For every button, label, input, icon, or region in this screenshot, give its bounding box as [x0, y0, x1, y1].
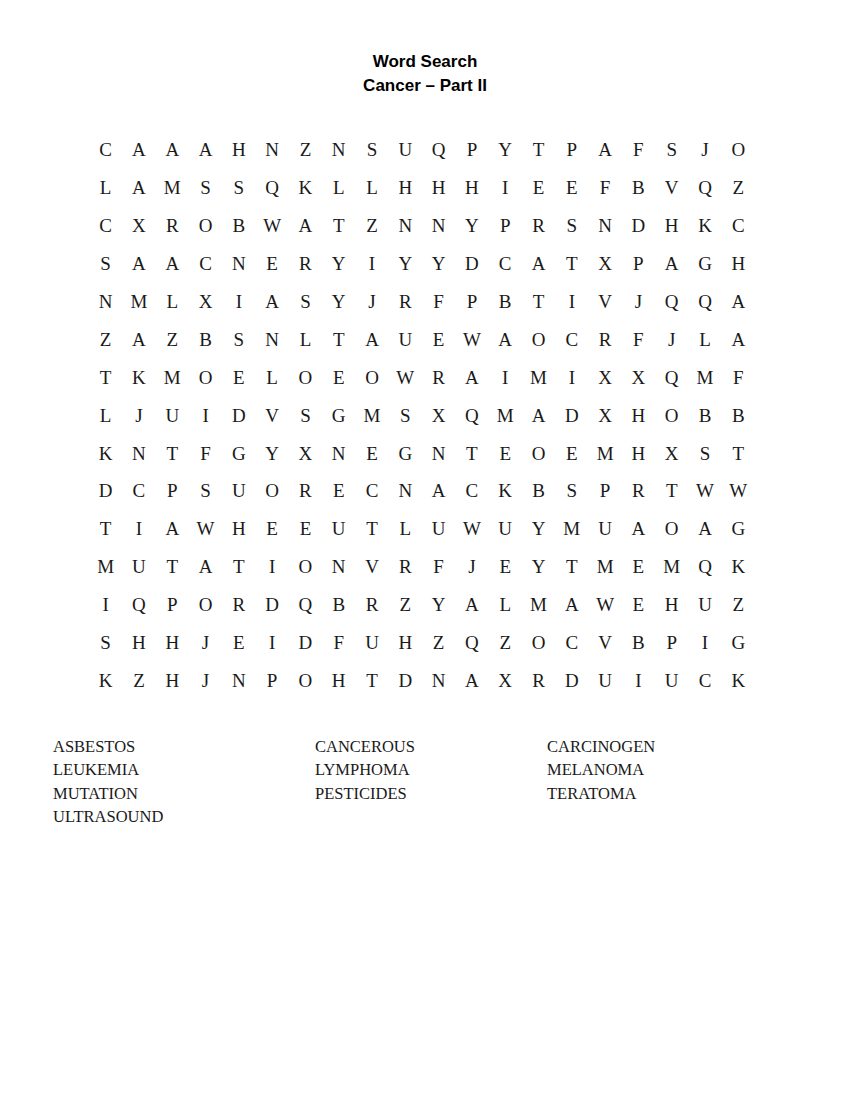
grid-cell[interactable]: B: [189, 320, 222, 358]
grid-cell[interactable]: D: [222, 396, 255, 434]
grid-cell[interactable]: Z: [89, 320, 122, 358]
grid-cell[interactable]: D: [622, 207, 655, 245]
grid-cell[interactable]: K: [89, 434, 122, 472]
grid-cell[interactable]: M: [655, 548, 688, 586]
grid-cell[interactable]: D: [289, 624, 322, 662]
grid-cell[interactable]: S: [289, 283, 322, 321]
grid-cell[interactable]: X: [622, 358, 655, 396]
grid-cell[interactable]: O: [189, 358, 222, 396]
grid-cell[interactable]: E: [489, 434, 522, 472]
grid-cell[interactable]: S: [222, 169, 255, 207]
grid-cell[interactable]: B: [688, 396, 721, 434]
grid-cell[interactable]: T: [322, 320, 355, 358]
grid-cell[interactable]: J: [688, 131, 721, 169]
grid-cell[interactable]: O: [289, 661, 322, 699]
grid-cell[interactable]: K: [722, 661, 755, 699]
grid-cell[interactable]: N: [255, 131, 288, 169]
grid-cell[interactable]: E: [555, 169, 588, 207]
grid-cell[interactable]: Y: [489, 131, 522, 169]
grid-cell[interactable]: U: [222, 472, 255, 510]
grid-cell[interactable]: S: [289, 396, 322, 434]
grid-cell[interactable]: M: [156, 358, 189, 396]
grid-cell[interactable]: H: [389, 624, 422, 662]
grid-cell[interactable]: X: [588, 358, 621, 396]
grid-cell[interactable]: S: [89, 624, 122, 662]
grid-cell[interactable]: G: [222, 434, 255, 472]
grid-cell[interactable]: M: [489, 396, 522, 434]
grid-cell[interactable]: H: [655, 207, 688, 245]
grid-cell[interactable]: H: [455, 169, 488, 207]
grid-cell[interactable]: A: [122, 169, 155, 207]
grid-cell[interactable]: R: [522, 207, 555, 245]
grid-cell[interactable]: N: [322, 131, 355, 169]
grid-cell[interactable]: H: [122, 624, 155, 662]
grid-cell[interactable]: N: [222, 245, 255, 283]
grid-cell[interactable]: N: [255, 320, 288, 358]
grid-cell[interactable]: S: [89, 245, 122, 283]
grid-cell[interactable]: J: [455, 548, 488, 586]
grid-cell[interactable]: N: [122, 434, 155, 472]
grid-cell[interactable]: X: [655, 434, 688, 472]
grid-cell[interactable]: U: [588, 510, 621, 548]
grid-cell[interactable]: A: [156, 245, 189, 283]
grid-cell[interactable]: D: [89, 472, 122, 510]
grid-cell[interactable]: S: [555, 472, 588, 510]
grid-cell[interactable]: A: [189, 131, 222, 169]
grid-cell[interactable]: P: [156, 586, 189, 624]
grid-cell[interactable]: Z: [722, 586, 755, 624]
grid-cell[interactable]: R: [289, 245, 322, 283]
grid-cell[interactable]: M: [355, 396, 388, 434]
grid-cell[interactable]: P: [655, 624, 688, 662]
grid-cell[interactable]: I: [255, 548, 288, 586]
grid-cell[interactable]: P: [455, 283, 488, 321]
grid-cell[interactable]: L: [255, 358, 288, 396]
grid-cell[interactable]: P: [588, 472, 621, 510]
grid-cell[interactable]: O: [355, 358, 388, 396]
grid-cell[interactable]: U: [322, 510, 355, 548]
grid-cell[interactable]: A: [655, 245, 688, 283]
grid-cell[interactable]: Y: [255, 434, 288, 472]
grid-cell[interactable]: M: [89, 548, 122, 586]
grid-cell[interactable]: Y: [422, 586, 455, 624]
grid-cell[interactable]: T: [722, 434, 755, 472]
grid-cell[interactable]: E: [355, 434, 388, 472]
grid-cell[interactable]: F: [322, 624, 355, 662]
grid-cell[interactable]: E: [622, 586, 655, 624]
grid-cell[interactable]: W: [389, 358, 422, 396]
grid-cell[interactable]: J: [122, 396, 155, 434]
grid-cell[interactable]: J: [622, 283, 655, 321]
grid-cell[interactable]: I: [489, 169, 522, 207]
grid-cell[interactable]: A: [522, 245, 555, 283]
grid-cell[interactable]: I: [555, 283, 588, 321]
grid-cell[interactable]: Y: [522, 510, 555, 548]
grid-cell[interactable]: W: [588, 586, 621, 624]
grid-cell[interactable]: A: [156, 510, 189, 548]
grid-cell[interactable]: E: [322, 472, 355, 510]
grid-cell[interactable]: Q: [455, 624, 488, 662]
grid-cell[interactable]: A: [355, 320, 388, 358]
grid-cell[interactable]: R: [588, 320, 621, 358]
grid-cell[interactable]: T: [655, 472, 688, 510]
grid-cell[interactable]: Q: [255, 169, 288, 207]
grid-cell[interactable]: O: [289, 548, 322, 586]
grid-cell[interactable]: R: [222, 586, 255, 624]
grid-cell[interactable]: W: [455, 510, 488, 548]
grid-cell[interactable]: A: [156, 131, 189, 169]
grid-cell[interactable]: B: [489, 283, 522, 321]
grid-cell[interactable]: V: [588, 624, 621, 662]
grid-cell[interactable]: M: [122, 283, 155, 321]
grid-cell[interactable]: R: [522, 661, 555, 699]
grid-cell[interactable]: D: [555, 661, 588, 699]
grid-cell[interactable]: F: [588, 169, 621, 207]
grid-cell[interactable]: V: [655, 169, 688, 207]
grid-cell[interactable]: X: [122, 207, 155, 245]
grid-cell[interactable]: A: [255, 283, 288, 321]
grid-cell[interactable]: A: [455, 358, 488, 396]
grid-cell[interactable]: F: [622, 320, 655, 358]
grid-cell[interactable]: E: [422, 320, 455, 358]
grid-cell[interactable]: D: [455, 245, 488, 283]
grid-cell[interactable]: O: [255, 472, 288, 510]
grid-cell[interactable]: N: [588, 207, 621, 245]
grid-cell[interactable]: D: [555, 396, 588, 434]
grid-cell[interactable]: E: [289, 510, 322, 548]
grid-cell[interactable]: S: [555, 207, 588, 245]
grid-cell[interactable]: N: [222, 661, 255, 699]
grid-cell[interactable]: Q: [688, 283, 721, 321]
grid-cell[interactable]: T: [555, 245, 588, 283]
grid-cell[interactable]: N: [422, 207, 455, 245]
grid-cell[interactable]: H: [156, 661, 189, 699]
grid-cell[interactable]: A: [122, 245, 155, 283]
grid-cell[interactable]: M: [588, 434, 621, 472]
grid-cell[interactable]: C: [189, 245, 222, 283]
grid-cell[interactable]: R: [289, 472, 322, 510]
grid-cell[interactable]: M: [555, 510, 588, 548]
grid-cell[interactable]: E: [622, 548, 655, 586]
grid-cell[interactable]: B: [522, 472, 555, 510]
grid-cell[interactable]: F: [189, 434, 222, 472]
grid-cell[interactable]: U: [422, 510, 455, 548]
grid-cell[interactable]: Y: [455, 207, 488, 245]
grid-cell[interactable]: C: [89, 207, 122, 245]
grid-cell[interactable]: Q: [655, 358, 688, 396]
grid-cell[interactable]: G: [722, 624, 755, 662]
grid-cell[interactable]: D: [255, 586, 288, 624]
grid-cell[interactable]: N: [322, 434, 355, 472]
grid-cell[interactable]: L: [322, 169, 355, 207]
grid-cell[interactable]: Q: [289, 586, 322, 624]
grid-cell[interactable]: M: [588, 548, 621, 586]
grid-cell[interactable]: W: [455, 320, 488, 358]
grid-cell[interactable]: L: [156, 283, 189, 321]
grid-cell[interactable]: A: [622, 510, 655, 548]
grid-cell[interactable]: H: [222, 131, 255, 169]
grid-cell[interactable]: C: [455, 472, 488, 510]
grid-cell[interactable]: K: [289, 169, 322, 207]
grid-cell[interactable]: O: [189, 207, 222, 245]
grid-cell[interactable]: X: [422, 396, 455, 434]
grid-cell[interactable]: B: [322, 586, 355, 624]
grid-cell[interactable]: R: [156, 207, 189, 245]
grid-cell[interactable]: H: [722, 245, 755, 283]
grid-cell[interactable]: I: [555, 358, 588, 396]
grid-cell[interactable]: I: [355, 245, 388, 283]
grid-cell[interactable]: A: [688, 510, 721, 548]
grid-cell[interactable]: T: [156, 548, 189, 586]
grid-cell[interactable]: W: [688, 472, 721, 510]
grid-cell[interactable]: H: [222, 510, 255, 548]
grid-cell[interactable]: S: [655, 131, 688, 169]
grid-cell[interactable]: J: [655, 320, 688, 358]
grid-cell[interactable]: J: [355, 283, 388, 321]
grid-cell[interactable]: H: [156, 624, 189, 662]
grid-cell[interactable]: X: [189, 283, 222, 321]
grid-cell[interactable]: E: [222, 358, 255, 396]
grid-cell[interactable]: H: [422, 169, 455, 207]
grid-cell[interactable]: L: [389, 510, 422, 548]
grid-cell[interactable]: O: [655, 396, 688, 434]
grid-cell[interactable]: P: [455, 131, 488, 169]
grid-cell[interactable]: A: [422, 472, 455, 510]
grid-cell[interactable]: E: [322, 358, 355, 396]
grid-cell[interactable]: F: [422, 283, 455, 321]
grid-cell[interactable]: J: [189, 661, 222, 699]
grid-cell[interactable]: F: [422, 548, 455, 586]
grid-cell[interactable]: Z: [289, 131, 322, 169]
grid-cell[interactable]: O: [655, 510, 688, 548]
grid-cell[interactable]: U: [389, 320, 422, 358]
grid-cell[interactable]: U: [156, 396, 189, 434]
grid-cell[interactable]: S: [355, 131, 388, 169]
grid-cell[interactable]: T: [89, 510, 122, 548]
grid-cell[interactable]: A: [722, 283, 755, 321]
grid-cell[interactable]: M: [156, 169, 189, 207]
grid-cell[interactable]: I: [622, 661, 655, 699]
grid-cell[interactable]: U: [355, 624, 388, 662]
grid-cell[interactable]: Z: [355, 207, 388, 245]
grid-cell[interactable]: N: [389, 472, 422, 510]
grid-cell[interactable]: T: [522, 283, 555, 321]
grid-cell[interactable]: U: [122, 548, 155, 586]
grid-cell[interactable]: C: [555, 320, 588, 358]
grid-cell[interactable]: H: [389, 169, 422, 207]
grid-cell[interactable]: R: [389, 548, 422, 586]
grid-cell[interactable]: S: [189, 472, 222, 510]
grid-cell[interactable]: R: [422, 358, 455, 396]
grid-cell[interactable]: U: [489, 510, 522, 548]
grid-cell[interactable]: I: [489, 358, 522, 396]
grid-cell[interactable]: H: [655, 586, 688, 624]
grid-cell[interactable]: A: [722, 320, 755, 358]
grid-cell[interactable]: T: [222, 548, 255, 586]
grid-cell[interactable]: L: [89, 169, 122, 207]
grid-cell[interactable]: C: [489, 245, 522, 283]
grid-cell[interactable]: I: [255, 624, 288, 662]
grid-cell[interactable]: C: [89, 131, 122, 169]
grid-cell[interactable]: T: [89, 358, 122, 396]
grid-cell[interactable]: V: [355, 548, 388, 586]
grid-cell[interactable]: P: [622, 245, 655, 283]
grid-cell[interactable]: Q: [688, 548, 721, 586]
grid-cell[interactable]: T: [522, 131, 555, 169]
grid-cell[interactable]: N: [389, 207, 422, 245]
grid-cell[interactable]: T: [455, 434, 488, 472]
grid-cell[interactable]: K: [122, 358, 155, 396]
grid-cell[interactable]: A: [189, 548, 222, 586]
grid-cell[interactable]: S: [389, 396, 422, 434]
grid-cell[interactable]: Q: [688, 169, 721, 207]
grid-cell[interactable]: V: [588, 283, 621, 321]
grid-cell[interactable]: O: [522, 434, 555, 472]
grid-cell[interactable]: I: [89, 586, 122, 624]
grid-cell[interactable]: G: [688, 245, 721, 283]
grid-cell[interactable]: F: [622, 131, 655, 169]
grid-cell[interactable]: Z: [122, 661, 155, 699]
grid-cell[interactable]: Y: [422, 245, 455, 283]
grid-cell[interactable]: O: [722, 131, 755, 169]
grid-cell[interactable]: M: [688, 358, 721, 396]
grid-cell[interactable]: S: [688, 434, 721, 472]
grid-cell[interactable]: W: [189, 510, 222, 548]
grid-cell[interactable]: Y: [389, 245, 422, 283]
grid-cell[interactable]: M: [522, 586, 555, 624]
grid-cell[interactable]: T: [156, 434, 189, 472]
grid-cell[interactable]: N: [322, 548, 355, 586]
grid-cell[interactable]: L: [489, 586, 522, 624]
grid-cell[interactable]: E: [222, 624, 255, 662]
grid-cell[interactable]: T: [555, 548, 588, 586]
grid-cell[interactable]: A: [522, 396, 555, 434]
grid-cell[interactable]: P: [156, 472, 189, 510]
grid-cell[interactable]: B: [222, 207, 255, 245]
grid-cell[interactable]: X: [588, 245, 621, 283]
grid-cell[interactable]: G: [389, 434, 422, 472]
grid-cell[interactable]: N: [422, 434, 455, 472]
grid-cell[interactable]: Z: [422, 624, 455, 662]
grid-cell[interactable]: B: [622, 169, 655, 207]
grid-cell[interactable]: B: [622, 624, 655, 662]
grid-cell[interactable]: A: [555, 586, 588, 624]
grid-cell[interactable]: X: [289, 434, 322, 472]
grid-cell[interactable]: C: [555, 624, 588, 662]
grid-cell[interactable]: Q: [655, 283, 688, 321]
grid-cell[interactable]: U: [688, 586, 721, 624]
grid-cell[interactable]: C: [688, 661, 721, 699]
grid-cell[interactable]: K: [89, 661, 122, 699]
grid-cell[interactable]: E: [255, 510, 288, 548]
grid-cell[interactable]: I: [189, 396, 222, 434]
grid-cell[interactable]: U: [655, 661, 688, 699]
grid-cell[interactable]: E: [489, 548, 522, 586]
grid-cell[interactable]: Z: [156, 320, 189, 358]
grid-cell[interactable]: G: [722, 510, 755, 548]
grid-cell[interactable]: U: [389, 131, 422, 169]
grid-cell[interactable]: R: [622, 472, 655, 510]
grid-cell[interactable]: I: [688, 624, 721, 662]
grid-cell[interactable]: A: [455, 661, 488, 699]
grid-cell[interactable]: K: [722, 548, 755, 586]
grid-cell[interactable]: L: [355, 169, 388, 207]
grid-cell[interactable]: T: [355, 661, 388, 699]
grid-cell[interactable]: A: [122, 131, 155, 169]
grid-cell[interactable]: N: [422, 661, 455, 699]
grid-cell[interactable]: Q: [122, 586, 155, 624]
grid-cell[interactable]: X: [588, 396, 621, 434]
grid-cell[interactable]: L: [289, 320, 322, 358]
grid-cell[interactable]: G: [322, 396, 355, 434]
grid-cell[interactable]: P: [255, 661, 288, 699]
grid-cell[interactable]: Y: [322, 245, 355, 283]
grid-cell[interactable]: Y: [322, 283, 355, 321]
grid-cell[interactable]: A: [289, 207, 322, 245]
grid-cell[interactable]: W: [255, 207, 288, 245]
grid-cell[interactable]: C: [722, 207, 755, 245]
grid-cell[interactable]: W: [722, 472, 755, 510]
grid-cell[interactable]: Q: [455, 396, 488, 434]
grid-cell[interactable]: V: [255, 396, 288, 434]
grid-cell[interactable]: A: [489, 320, 522, 358]
grid-cell[interactable]: I: [222, 283, 255, 321]
grid-cell[interactable]: Y: [522, 548, 555, 586]
grid-cell[interactable]: B: [722, 396, 755, 434]
grid-cell[interactable]: K: [688, 207, 721, 245]
grid-cell[interactable]: T: [322, 207, 355, 245]
grid-cell[interactable]: H: [622, 434, 655, 472]
grid-cell[interactable]: Z: [722, 169, 755, 207]
grid-cell[interactable]: K: [489, 472, 522, 510]
grid-cell[interactable]: F: [722, 358, 755, 396]
grid-cell[interactable]: R: [355, 586, 388, 624]
grid-cell[interactable]: O: [189, 586, 222, 624]
grid-cell[interactable]: M: [522, 358, 555, 396]
grid-cell[interactable]: H: [622, 396, 655, 434]
grid-cell[interactable]: L: [688, 320, 721, 358]
grid-cell[interactable]: D: [389, 661, 422, 699]
grid-cell[interactable]: A: [122, 320, 155, 358]
grid-cell[interactable]: E: [255, 245, 288, 283]
grid-cell[interactable]: O: [289, 358, 322, 396]
grid-cell[interactable]: Z: [389, 586, 422, 624]
grid-cell[interactable]: R: [389, 283, 422, 321]
grid-cell[interactable]: S: [222, 320, 255, 358]
grid-cell[interactable]: H: [322, 661, 355, 699]
grid-cell[interactable]: N: [89, 283, 122, 321]
grid-cell[interactable]: S: [189, 169, 222, 207]
grid-cell[interactable]: J: [189, 624, 222, 662]
grid-cell[interactable]: X: [489, 661, 522, 699]
grid-cell[interactable]: I: [122, 510, 155, 548]
grid-cell[interactable]: A: [455, 586, 488, 624]
grid-cell[interactable]: C: [355, 472, 388, 510]
grid-cell[interactable]: L: [89, 396, 122, 434]
grid-cell[interactable]: Q: [422, 131, 455, 169]
grid-cell[interactable]: U: [588, 661, 621, 699]
grid-cell[interactable]: T: [355, 510, 388, 548]
grid-cell[interactable]: C: [122, 472, 155, 510]
grid-cell[interactable]: E: [522, 169, 555, 207]
grid-cell[interactable]: A: [588, 131, 621, 169]
grid-cell[interactable]: P: [489, 207, 522, 245]
grid-cell[interactable]: O: [522, 624, 555, 662]
grid-cell[interactable]: E: [555, 434, 588, 472]
grid-cell[interactable]: P: [555, 131, 588, 169]
grid-cell[interactable]: Z: [489, 624, 522, 662]
grid-cell[interactable]: O: [522, 320, 555, 358]
